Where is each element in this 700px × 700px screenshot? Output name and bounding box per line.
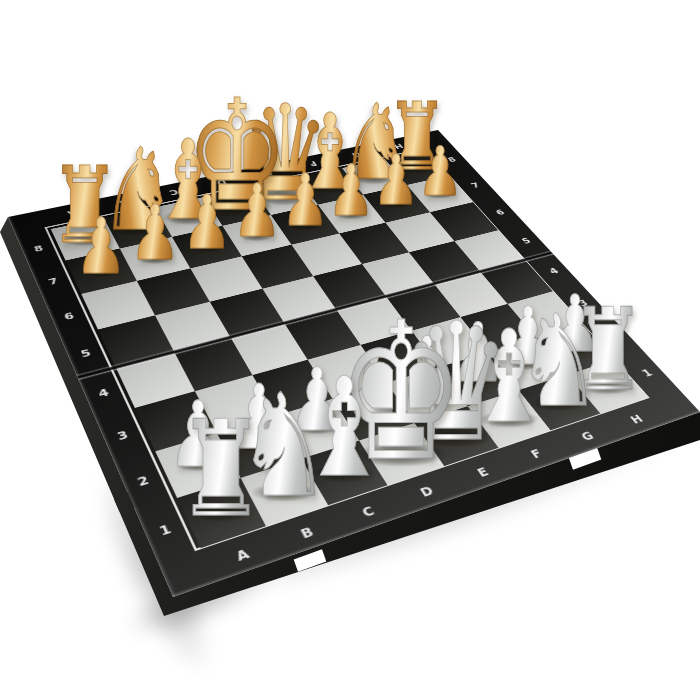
chess-set-photo: ABCDEFGHABCDEFGH8765432187654321 ♜♞♝♚♛♝♞… [0,0,700,700]
